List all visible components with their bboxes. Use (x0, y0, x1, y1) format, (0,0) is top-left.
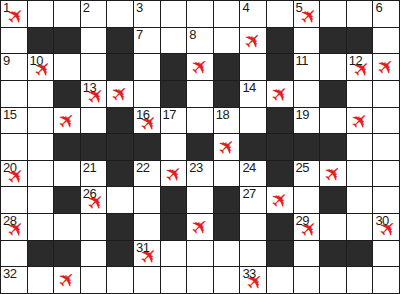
black-cell-r1c12 (320, 28, 346, 54)
letter-cell-r4c6[interactable]: 17 (161, 108, 187, 134)
letter-cell-r4c1[interactable] (28, 108, 54, 134)
letter-cell-r7c14[interactable] (373, 187, 399, 213)
letter-cell-r7c9[interactable]: 27 (240, 187, 266, 213)
letter-cell-r10c7[interactable] (187, 267, 213, 293)
clue-number-2: 2 (83, 1, 90, 15)
letter-cell-r4c11[interactable]: 19 (294, 108, 320, 134)
black-cell-r9c4 (107, 241, 133, 267)
clue-number-31: 31 (136, 241, 149, 255)
airplane-icon: ✈ (315, 156, 351, 192)
black-cell-r5c4 (107, 134, 133, 160)
clue-number-22: 22 (136, 161, 149, 175)
black-cell-r2c6 (161, 54, 187, 80)
letter-cell-r4c3[interactable] (81, 108, 107, 134)
letter-cell-r7c13[interactable] (347, 187, 373, 213)
letter-cell-r0c9[interactable]: 4 (240, 1, 266, 27)
letter-cell-r3c9[interactable]: 14 (240, 81, 266, 107)
letter-cell-r1c8[interactable] (214, 28, 240, 54)
black-cell-r8c4 (107, 214, 133, 240)
letter-cell-r1c9[interactable]: ✈ (240, 28, 266, 54)
letter-cell-r3c11[interactable] (294, 81, 320, 107)
clue-number-6: 6 (375, 1, 382, 15)
airplane-icon: ✈ (208, 129, 244, 165)
airplane-icon: ✈ (49, 262, 85, 294)
clue-number-19: 19 (296, 108, 309, 122)
black-cell-r2c8 (214, 54, 240, 80)
clue-number-5: 5 (296, 1, 303, 15)
letter-cell-r5c0[interactable] (1, 134, 27, 160)
letter-cell-r3c7[interactable] (187, 81, 213, 107)
letter-cell-r8c7[interactable]: ✈ (187, 214, 213, 240)
black-cell-r4c4 (107, 108, 133, 134)
letter-cell-r0c14[interactable]: 6 (373, 1, 399, 27)
crossword-board: 1✈2345✈678✈910✈✈1112✈✈13✈✈14✈15✈16✈17181… (0, 0, 400, 294)
letter-cell-r10c4[interactable] (107, 267, 133, 293)
letter-cell-r5c8[interactable]: ✈ (214, 134, 240, 160)
letter-cell-r1c11[interactable] (294, 28, 320, 54)
clue-number-27: 27 (242, 187, 255, 201)
clue-number-17: 17 (163, 108, 176, 122)
letter-cell-r5c13[interactable] (347, 134, 373, 160)
letter-cell-r9c7[interactable] (187, 241, 213, 267)
letter-cell-r7c0[interactable] (1, 187, 27, 213)
letter-cell-r6c11[interactable]: 25 (294, 161, 320, 187)
clue-number-7: 7 (136, 28, 143, 42)
letter-cell-r9c8[interactable] (214, 241, 240, 267)
letter-cell-r0c4[interactable] (107, 1, 133, 27)
letter-cell-r7c3[interactable]: 26✈ (81, 187, 107, 213)
letter-cell-r4c13[interactable]: ✈ (347, 108, 373, 134)
letter-cell-r0c6[interactable] (161, 1, 187, 27)
clue-number-30: 30 (375, 214, 388, 228)
clue-number-11: 11 (296, 54, 309, 68)
clue-number-14: 14 (242, 81, 255, 95)
letter-cell-r6c13[interactable] (347, 161, 373, 187)
letter-cell-r8c3[interactable] (81, 214, 107, 240)
letter-cell-r3c14[interactable] (373, 81, 399, 107)
letter-cell-r2c3[interactable] (81, 54, 107, 80)
airplane-icon: ✈ (368, 49, 400, 85)
clue-number-3: 3 (136, 1, 143, 15)
black-cell-r5c5 (134, 134, 160, 160)
letter-cell-r0c2[interactable] (54, 1, 80, 27)
letter-cell-r6c5[interactable]: 22 (134, 161, 160, 187)
black-cell-r7c8 (214, 187, 240, 213)
letter-cell-r3c4[interactable]: ✈ (107, 81, 133, 107)
letter-cell-r10c3[interactable] (81, 267, 107, 293)
letter-cell-r10c5[interactable] (134, 267, 160, 293)
letter-cell-r1c0[interactable] (1, 28, 27, 54)
black-cell-r6c4 (107, 161, 133, 187)
clue-number-26: 26 (83, 187, 96, 201)
black-cell-r5c10 (267, 134, 293, 160)
letter-cell-r8c11[interactable]: 29✈ (294, 214, 320, 240)
letter-cell-r7c5[interactable] (134, 187, 160, 213)
letter-cell-r10c8[interactable] (214, 267, 240, 293)
letter-cell-r9c9[interactable] (240, 241, 266, 267)
clue-number-25: 25 (296, 161, 309, 175)
letter-cell-r8c13[interactable] (347, 214, 373, 240)
airplane-icon: ✈ (155, 156, 191, 192)
letter-cell-r1c5[interactable]: 7 (134, 28, 160, 54)
letter-cell-r9c3[interactable] (81, 241, 107, 267)
clue-number-20: 20 (3, 161, 16, 175)
letter-cell-r10c11[interactable] (294, 267, 320, 293)
letter-cell-r10c6[interactable] (161, 267, 187, 293)
letter-cell-r4c9[interactable] (240, 108, 266, 134)
letter-cell-r4c12[interactable] (320, 108, 346, 134)
letter-cell-r0c8[interactable] (214, 1, 240, 27)
letter-cell-r8c9[interactable] (240, 214, 266, 240)
airplane-icon: ✈ (262, 76, 298, 112)
letter-cell-r8c12[interactable] (320, 214, 346, 240)
clue-number-23: 23 (189, 161, 202, 175)
black-cell-r2c10 (267, 54, 293, 80)
letter-cell-r2c12[interactable] (320, 54, 346, 80)
letter-cell-r5c14[interactable] (373, 134, 399, 160)
letter-cell-r2c7[interactable]: ✈ (187, 54, 213, 80)
letter-cell-r6c12[interactable]: ✈ (320, 161, 346, 187)
clue-number-9: 9 (3, 54, 10, 68)
black-cell-r9c10 (267, 241, 293, 267)
letter-cell-r8c5[interactable] (134, 214, 160, 240)
letter-cell-r0c12[interactable] (320, 1, 346, 27)
letter-cell-r3c5[interactable] (134, 81, 160, 107)
clue-number-16: 16 (136, 108, 149, 122)
clue-number-21: 21 (83, 161, 96, 175)
letter-cell-r8c1[interactable] (28, 214, 54, 240)
letter-cell-r7c7[interactable] (187, 187, 213, 213)
black-cell-r4c10 (267, 108, 293, 134)
black-cell-r5c2 (54, 134, 80, 160)
letter-cell-r8c2[interactable] (54, 214, 80, 240)
black-cell-r3c6 (161, 81, 187, 107)
clue-number-1: 1 (3, 1, 10, 15)
black-cell-r3c2 (54, 81, 80, 107)
letter-cell-r3c3[interactable]: 13✈ (81, 81, 107, 107)
letter-cell-r6c3[interactable]: 21 (81, 161, 107, 187)
black-cell-r1c4 (107, 28, 133, 54)
letter-cell-r0c11[interactable]: 5✈ (294, 1, 320, 27)
letter-cell-r10c10[interactable] (267, 267, 293, 293)
letter-cell-r9c5[interactable]: 31✈ (134, 241, 160, 267)
black-cell-r5c12 (320, 134, 346, 160)
clue-number-12: 12 (349, 54, 362, 68)
clue-number-15: 15 (3, 108, 16, 122)
letter-cell-r10c14[interactable] (373, 267, 399, 293)
airplane-icon: ✈ (49, 102, 85, 138)
letter-cell-r9c6[interactable] (161, 241, 187, 267)
clue-number-29: 29 (296, 214, 309, 228)
black-cell-r5c3 (81, 134, 107, 160)
letter-cell-r10c9[interactable]: 33✈ (240, 267, 266, 293)
airplane-icon: ✈ (235, 22, 271, 58)
letter-cell-r0c5[interactable]: 3 (134, 1, 160, 27)
black-cell-r5c9 (240, 134, 266, 160)
letter-cell-r7c11[interactable] (294, 187, 320, 213)
letter-cell-r2c13[interactable]: 12✈ (347, 54, 373, 80)
letter-cell-r6c14[interactable] (373, 161, 399, 187)
letter-cell-r7c4[interactable] (107, 187, 133, 213)
letter-cell-r1c7[interactable]: 8 (187, 28, 213, 54)
letter-cell-r10c2[interactable]: ✈ (54, 267, 80, 293)
black-cell-r9c12 (320, 241, 346, 267)
letter-cell-r4c7[interactable] (187, 108, 213, 134)
letter-cell-r9c14[interactable] (373, 241, 399, 267)
airplane-icon: ✈ (262, 182, 298, 218)
clue-number-8: 8 (189, 28, 196, 42)
letter-cell-r4c5[interactable]: 16✈ (134, 108, 160, 134)
clue-number-33: 33 (242, 267, 255, 281)
letter-cell-r4c8[interactable]: 18 (214, 108, 240, 134)
letter-cell-r6c0[interactable]: 20✈ (1, 161, 27, 187)
letter-cell-r6c9[interactable]: 24 (240, 161, 266, 187)
black-cell-r7c2 (54, 187, 80, 213)
letter-cell-r2c11[interactable]: 11 (294, 54, 320, 80)
letter-cell-r0c10[interactable] (267, 1, 293, 27)
black-cell-r2c4 (107, 54, 133, 80)
letter-cell-r1c6[interactable] (161, 28, 187, 54)
letter-cell-r6c1[interactable] (28, 161, 54, 187)
letter-cell-r1c14[interactable] (373, 28, 399, 54)
clue-number-24: 24 (242, 161, 255, 175)
letter-cell-r9c0[interactable] (1, 241, 27, 267)
airplane-icon: ✈ (102, 76, 138, 112)
letter-cell-r6c7[interactable]: 23 (187, 161, 213, 187)
airplane-icon: ✈ (182, 209, 218, 245)
airplane-icon: ✈ (182, 49, 218, 85)
letter-cell-r8c14[interactable]: 30✈ (373, 214, 399, 240)
black-cell-r9c13 (347, 241, 373, 267)
letter-cell-r6c6[interactable]: ✈ (161, 161, 187, 187)
letter-cell-r0c1[interactable] (28, 1, 54, 27)
letter-cell-r9c11[interactable] (294, 241, 320, 267)
letter-cell-r8c0[interactable]: 28✈ (1, 214, 27, 240)
letter-cell-r2c2[interactable] (54, 54, 80, 80)
black-cell-r1c1 (28, 28, 54, 54)
letter-cell-r3c10[interactable]: ✈ (267, 81, 293, 107)
letter-cell-r2c5[interactable] (134, 54, 160, 80)
clue-number-10: 10 (30, 54, 43, 68)
letter-cell-r7c1[interactable] (28, 187, 54, 213)
letter-cell-r2c9[interactable] (240, 54, 266, 80)
letter-cell-r0c3[interactable]: 2 (81, 1, 107, 27)
black-cell-r3c12 (320, 81, 346, 107)
letter-cell-r2c0[interactable]: 9 (1, 54, 27, 80)
letter-cell-r0c7[interactable] (187, 1, 213, 27)
letter-cell-r7c10[interactable]: ✈ (267, 187, 293, 213)
black-cell-r8c8 (214, 214, 240, 240)
letter-cell-r0c13[interactable] (347, 1, 373, 27)
letter-cell-r6c8[interactable] (214, 161, 240, 187)
clue-number-18: 18 (216, 108, 229, 122)
black-cell-r8c6 (161, 214, 187, 240)
clue-number-4: 4 (242, 1, 249, 15)
airplane-icon: ✈ (341, 102, 377, 138)
letter-cell-r1c3[interactable] (81, 28, 107, 54)
clue-number-13: 13 (83, 81, 96, 95)
black-cell-r6c10 (267, 161, 293, 187)
black-cell-r1c10 (267, 28, 293, 54)
letter-cell-r5c1[interactable] (28, 134, 54, 160)
crossword-puzzle: 1✈2345✈678✈910✈✈1112✈✈13✈✈14✈15✈16✈17181… (0, 0, 400, 294)
letter-cell-r10c13[interactable] (347, 267, 373, 293)
black-cell-r8c10 (267, 214, 293, 240)
letter-cell-r0c0[interactable]: 1✈ (1, 1, 27, 27)
black-cell-r3c8 (214, 81, 240, 107)
letter-cell-r3c0[interactable] (1, 81, 27, 107)
black-cell-r5c7 (187, 134, 213, 160)
letter-cell-r10c0[interactable]: 32 (1, 267, 27, 293)
clue-number-28: 28 (3, 214, 16, 228)
letter-cell-r4c2[interactable]: ✈ (54, 108, 80, 134)
letter-cell-r3c1[interactable] (28, 81, 54, 107)
black-cell-r7c6 (161, 187, 187, 213)
black-cell-r9c2 (54, 241, 80, 267)
letter-cell-r6c2[interactable] (54, 161, 80, 187)
black-cell-r9c1 (28, 241, 54, 267)
letter-cell-r3c13[interactable] (347, 81, 373, 107)
letter-cell-r10c12[interactable] (320, 267, 346, 293)
clue-number-32: 32 (3, 267, 16, 281)
letter-cell-r2c14[interactable]: ✈ (373, 54, 399, 80)
letter-cell-r4c0[interactable]: 15 (1, 108, 27, 134)
black-cell-r7c12 (320, 187, 346, 213)
letter-cell-r2c1[interactable]: 10✈ (28, 54, 54, 80)
black-cell-r1c2 (54, 28, 80, 54)
letter-cell-r4c14[interactable] (373, 108, 399, 134)
letter-cell-r5c6[interactable] (161, 134, 187, 160)
letter-cell-r10c1[interactable] (28, 267, 54, 293)
black-cell-r1c13 (347, 28, 373, 54)
black-cell-r5c11 (294, 134, 320, 160)
